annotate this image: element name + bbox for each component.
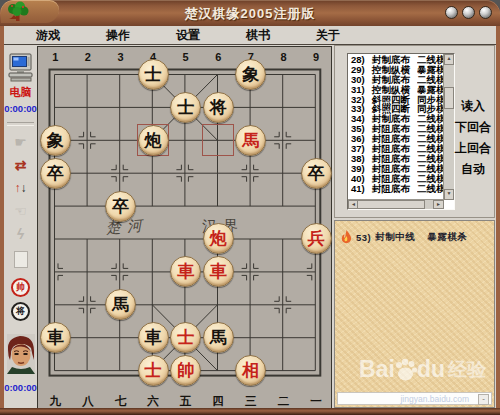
status-result: 暴露棋杀 [427,231,467,244]
window-bottom-frame [0,408,500,415]
hand-tool-icon[interactable]: ☛ [14,135,27,149]
file-label-五: 五 [180,394,192,409]
piece-red-相-f7r9[interactable]: 相 [235,355,266,386]
gesture-icon[interactable]: ☜ [14,204,27,218]
file-labels-bottom: 九八七六五四三二一 [39,394,333,409]
minus-icon[interactable]: - [478,394,489,405]
player-avatar [7,334,35,374]
file-label-四: 四 [213,394,225,409]
piece-black-士-f5r1[interactable]: 士 [170,92,201,123]
piece-grid: 士象士将象炮馬卒卒卒炮兵車車馬車車士馬士帥相 [39,58,332,387]
piece-red-馬-f7r2[interactable]: 馬 [235,125,266,156]
prev-round-button[interactable]: 上回合 [455,140,491,157]
piece-black-将-f6r1[interactable]: 将 [203,92,234,123]
document-icon[interactable] [14,251,28,268]
maximize-button[interactable] [462,6,475,19]
baidu-watermark: Bai du 经验 [359,356,486,383]
menu-item-关于[interactable]: 关于 [316,27,340,44]
menu-item-操作[interactable]: 操作 [106,27,130,44]
scroll-right-icon[interactable]: ► [433,200,444,209]
scroll-up-icon[interactable]: ▲ [444,54,454,65]
updown-move-icon[interactable]: ↑↓ [15,181,27,195]
move-listbox[interactable]: 28)封制底布二线棋杀29)控制纵横暴露棋杀30)封制底布二线棋杀31)控制纵横… [347,53,455,210]
file-label-八: 八 [82,394,94,409]
book-status-panel: 53) 封制中线 暴露棋杀 Bai du 经验 jingyan.baidu.co… [334,220,495,408]
menu-item-设置[interactable]: 设置 [176,27,200,44]
menu-item-游戏[interactable]: 游戏 [36,27,60,44]
swap-sides-icon[interactable]: ⇄ [15,158,27,172]
file-label-二: 二 [278,394,290,409]
piece-red-帥-f5r9[interactable]: 帥 [170,355,201,386]
flame-icon [341,230,352,244]
piece-black-象-f1r2[interactable]: 象 [40,125,71,156]
menu-item-棋书[interactable]: 棋书 [246,27,270,44]
sidebar-divider [7,122,34,126]
black-general-seal-icon[interactable]: 将 [11,302,30,321]
menu-bar: 游戏操作设置棋书关于 [4,26,496,45]
piece-black-車-f4r8[interactable]: 車 [138,322,169,353]
computer-icon [7,53,34,83]
toolbar-sidebar: 电脑 0:00:00 ☛ ⇄ ↑↓ ☜ ϟ 帅 将 0: [4,45,37,408]
piece-black-卒-f1r3[interactable]: 卒 [40,158,71,189]
piece-red-炮-f6r5[interactable]: 炮 [203,223,234,254]
horizontal-scrollbar[interactable]: ◄ ► [348,199,444,209]
read-in-button[interactable]: 读入 [461,98,485,115]
move-row-41[interactable]: 41)封阻底布二线棋杀 [349,184,443,194]
file-label-七: 七 [115,394,127,409]
status-no: 53) [356,232,371,243]
piece-black-車-f1r8[interactable]: 車 [40,322,71,353]
app-window: 楚汉棋缘2005注册版 游戏操作设置棋书关于 电脑 0:00:00 ☛ ⇄ [0,0,500,415]
file-label-三: 三 [245,394,257,409]
scroll-down-icon[interactable]: ▼ [444,189,454,200]
piece-black-象-f7r0[interactable]: 象 [235,59,266,90]
bottom-scrollbar[interactable]: jingyan.baidu.com - [337,392,492,405]
piece-red-兵-f9r5[interactable]: 兵 [301,223,332,254]
minimize-button[interactable] [445,6,458,19]
piece-black-卒-f9r3[interactable]: 卒 [301,158,332,189]
piece-red-士-f4r9[interactable]: 士 [138,355,169,386]
close-button[interactable] [479,6,492,19]
piece-black-炮-f4r2[interactable]: 炮 [138,125,169,156]
watermark-url: jingyan.baidu.com [400,394,469,404]
xiangqi-board[interactable]: 楚河 汉界 123456789 九八七六五四三二一 士象士将象炮馬卒卒卒炮兵車車… [37,46,332,411]
piece-black-士-f4r0[interactable]: 士 [138,59,169,90]
status-tactic: 封制中线 [375,231,415,244]
next-round-button[interactable]: 下回合 [455,119,491,136]
piece-red-車-f5r6[interactable]: 車 [170,256,201,287]
red-general-seal-icon[interactable]: 帅 [11,278,30,297]
move-list-panel: 28)封制底布二线棋杀29)控制纵横暴露棋杀30)封制底布二线棋杀31)控制纵横… [334,45,495,218]
piece-black-馬-f6r8[interactable]: 馬 [203,322,234,353]
piece-black-卒-f3r4[interactable]: 卒 [105,191,136,222]
file-label-六: 六 [147,394,159,409]
computer-label: 电脑 [10,85,32,100]
content-area: 电脑 0:00:00 ☛ ⇄ ↑↓ ☜ ϟ 帅 将 0: [4,45,496,408]
command-buttons: 读入 下回合 上回合 自动 [452,98,494,178]
lightning-icon[interactable]: ϟ [17,227,24,241]
move-rows: 28)封制底布二线棋杀29)控制纵横暴露棋杀30)封制底布二线棋杀31)控制纵横… [349,55,443,199]
auto-button[interactable]: 自动 [461,161,485,178]
piece-red-士-f5r8[interactable]: 士 [170,322,201,353]
red-clock: 0:00:00 [4,382,37,393]
file-label-一: 一 [310,394,322,409]
status-line: 53) 封制中线 暴露棋杀 [341,230,467,244]
paw-icon [394,357,418,383]
black-clock: 0:00:00 [4,103,37,114]
piece-red-車-f6r6[interactable]: 車 [203,256,234,287]
hscroll-thumb[interactable] [357,200,425,209]
window-title: 楚汉棋缘2005注册版 [0,5,500,23]
title-bar[interactable]: 楚汉棋缘2005注册版 [0,0,500,26]
file-label-九: 九 [50,394,62,409]
move-highlight [202,124,234,156]
piece-black-馬-f3r7[interactable]: 馬 [105,289,136,320]
